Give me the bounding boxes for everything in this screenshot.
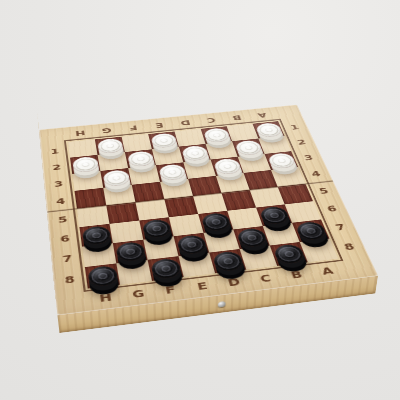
square-a6[interactable] [285,201,321,223]
white-piece[interactable] [254,122,283,138]
white-piece[interactable] [150,132,178,148]
board-perspective-wrapper: HGFEDCBA HGFEDCBA 12345678 12345678 [39,105,378,316]
square-h7[interactable] [82,243,116,267]
white-piece[interactable] [158,163,187,180]
white-piece[interactable] [96,138,123,154]
black-piece[interactable] [272,243,306,264]
black-piece[interactable] [235,227,268,248]
square-c6[interactable] [227,208,263,230]
white-piece[interactable] [202,127,230,143]
white-piece[interactable] [234,139,263,155]
square-d8[interactable] [209,249,246,273]
black-piece[interactable] [200,212,231,232]
black-piece[interactable] [141,218,172,238]
square-f8[interactable] [148,256,184,281]
square-c8[interactable] [240,245,278,269]
black-piece[interactable] [258,205,290,224]
square-f5[interactable] [135,199,168,220]
square-g8[interactable] [116,260,152,285]
photo-background: HGFEDCBA HGFEDCBA 12345678 12345678 [0,0,400,400]
square-a5[interactable] [278,184,313,205]
file-label: F [152,278,189,302]
square-h8[interactable] [85,263,120,288]
board-side-front [57,276,378,333]
hinge-pin [217,301,225,308]
square-g6[interactable] [109,221,143,244]
square-b7[interactable] [263,223,300,246]
black-piece[interactable] [149,257,181,279]
square-b6[interactable] [256,204,292,226]
square-b8[interactable] [270,242,308,266]
square-e8[interactable] [179,253,216,277]
black-piece[interactable] [81,225,111,245]
white-piece[interactable] [126,150,154,167]
square-d5[interactable] [193,193,227,214]
file-label: H [88,285,124,309]
square-a7[interactable] [292,219,329,242]
square-d6[interactable] [198,211,233,233]
file-label: D [215,270,252,293]
square-h4[interactable] [75,188,107,209]
white-piece[interactable] [212,158,242,175]
square-g7[interactable] [113,240,148,264]
white-piece[interactable] [72,156,99,173]
black-piece[interactable] [175,234,207,255]
square-f4[interactable] [132,182,165,202]
square-d7[interactable] [204,229,240,252]
square-f6[interactable] [139,217,173,239]
square-f7[interactable] [143,236,178,260]
wooden-checkers-board: HGFEDCBA HGFEDCBA 12345678 12345678 [39,105,378,316]
black-piece[interactable] [115,241,146,262]
file-label: A [308,259,347,282]
rank-label: 8 [54,267,85,292]
square-e7[interactable] [174,233,210,256]
black-piece[interactable] [87,265,119,288]
file-label: G [120,282,156,306]
square-e5[interactable] [164,196,198,217]
white-piece[interactable] [180,145,208,162]
white-piece[interactable] [266,152,296,169]
white-piece[interactable] [102,169,130,187]
square-g5[interactable] [106,202,139,224]
black-piece[interactable] [211,250,244,272]
square-c7[interactable] [233,226,270,249]
board-grid [68,121,338,288]
square-h5[interactable] [77,205,110,227]
black-piece[interactable] [294,221,327,241]
square-h6[interactable] [79,224,112,247]
square-e6[interactable] [169,214,204,236]
